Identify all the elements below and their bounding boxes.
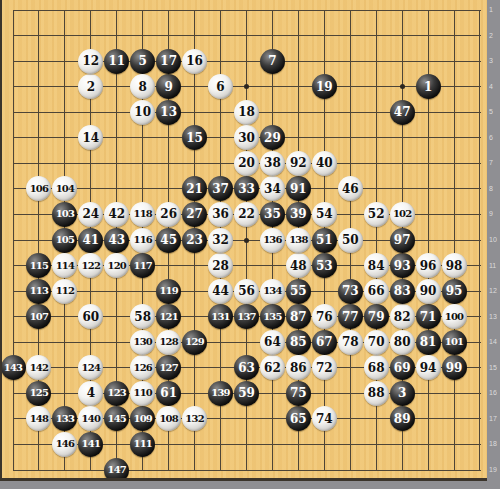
stone-move-number: 134 [263,286,281,296]
row-coordinate-label: 14 [489,338,500,345]
stone-move-126: 126 [130,355,155,380]
stone-move-74: 74 [312,406,337,431]
stone-move-115: 115 [26,253,51,278]
stone-move-number: 104 [56,184,74,194]
stone-move-number: 119 [159,286,177,296]
stone-move-number: 18 [238,106,255,118]
stone-move-number: 22 [238,208,255,220]
stone-move-number: 7 [268,55,276,67]
stone-move-1: 1 [416,74,441,99]
stone-move-138: 138 [286,228,311,253]
stone-move-64: 64 [260,330,285,355]
stone-move-number: 14 [82,132,99,144]
stone-move-number: 53 [316,260,333,272]
stone-move-110: 110 [130,381,155,406]
row-coordinate-label: 7 [489,159,500,166]
stone-move-number: 13 [160,106,177,118]
stone-move-number: 65 [290,413,307,425]
stone-move-119: 119 [156,279,181,304]
stone-move-number: 120 [108,261,126,271]
stone-move-86: 86 [286,355,311,380]
stone-move-number: 141 [82,439,100,449]
stone-move-number: 142 [30,363,48,373]
stone-move-98: 98 [442,253,467,278]
stone-move-number: 140 [82,414,100,424]
stone-move-number: 106 [30,184,48,194]
stone-move-number: 71 [420,311,437,323]
stone-move-128: 128 [156,330,181,355]
grid-line-vertical [13,10,14,471]
stone-move-26: 26 [156,202,181,227]
star-point [400,84,405,89]
stone-move-number: 60 [82,311,99,323]
stone-move-69: 69 [390,355,415,380]
stone-move-4: 4 [78,381,103,406]
stone-move-80: 80 [390,330,415,355]
stone-move-83: 83 [390,279,415,304]
stone-move-number: 131 [211,312,229,322]
stone-move-number: 55 [290,285,307,297]
stone-move-102: 102 [390,202,415,227]
stone-move-number: 91 [290,183,307,195]
stone-move-139: 139 [208,381,233,406]
row-coordinate-label: 10 [489,236,500,243]
stone-move-33: 33 [234,176,259,201]
stone-move-140: 140 [78,406,103,431]
stone-move-number: 84 [368,260,385,272]
stone-move-number: 44 [212,285,229,297]
stone-move-52: 52 [364,202,389,227]
stone-move-11: 11 [104,49,129,74]
stone-move-number: 73 [342,285,359,297]
stone-move-number: 9 [164,81,172,93]
stone-move-104: 104 [52,176,77,201]
stone-move-number: 43 [108,234,125,246]
stone-move-63: 63 [234,355,259,380]
stone-move-82: 82 [390,304,415,329]
row-coordinate-label: 17 [489,415,500,422]
row-coordinate-label: 8 [489,185,500,192]
stone-move-62: 62 [260,355,285,380]
go-diagram: 1234567891011121314151617181920212223242… [0,0,500,489]
stone-move-94: 94 [416,355,441,380]
stone-move-43: 43 [104,228,129,253]
stone-move-50: 50 [338,228,363,253]
stone-move-number: 19 [316,81,333,93]
stone-move-number: 12 [82,55,99,67]
stone-move-60: 60 [78,304,103,329]
stone-move-70: 70 [364,330,389,355]
stone-move-16: 16 [182,49,207,74]
stone-move-111: 111 [130,432,155,457]
stone-move-number: 133 [56,414,74,424]
stone-move-14: 14 [78,125,103,150]
stone-move-number: 75 [290,387,307,399]
stone-move-35: 35 [260,202,285,227]
stone-move-2: 2 [78,74,103,99]
stone-move-number: 83 [394,285,411,297]
stone-move-number: 109 [133,414,151,424]
stone-move-90: 90 [416,279,441,304]
stone-move-53: 53 [312,253,337,278]
stone-move-143: 143 [1,355,26,380]
stone-move-44: 44 [208,279,233,304]
stone-move-number: 127 [159,363,177,373]
stone-move-113: 113 [26,279,51,304]
stone-move-28: 28 [208,253,233,278]
stone-move-number: 93 [394,260,411,272]
stone-move-number: 40 [316,157,333,169]
stone-move-22: 22 [234,202,259,227]
stone-move-78: 78 [338,330,363,355]
stone-move-number: 137 [237,312,255,322]
stone-move-99: 99 [442,355,467,380]
stone-move-number: 26 [160,208,177,220]
stone-move-number: 125 [30,388,48,398]
stone-move-number: 76 [316,311,333,323]
stone-move-number: 41 [82,234,99,246]
stone-move-118: 118 [130,202,155,227]
stone-move-106: 106 [26,176,51,201]
stone-move-number: 42 [108,208,125,220]
stone-move-number: 124 [82,363,100,373]
stone-move-24: 24 [78,202,103,227]
stone-move-131: 131 [208,304,233,329]
stone-move-141: 141 [78,432,103,457]
stone-move-number: 114 [56,261,74,271]
stone-move-number: 64 [264,336,281,348]
stone-move-18: 18 [234,100,259,125]
stone-move-number: 116 [133,235,151,245]
stone-move-number: 63 [238,362,255,374]
stone-move-65: 65 [286,406,311,431]
stone-move-127: 127 [156,355,181,380]
stone-move-27: 27 [182,202,207,227]
stone-move-number: 38 [264,157,281,169]
stone-move-108: 108 [156,406,181,431]
row-coordinate-label: 3 [489,57,500,64]
stone-move-number: 67 [316,336,333,348]
stone-move-number: 5 [139,55,147,67]
stone-move-59: 59 [234,381,259,406]
row-coordinate-label: 1 [489,6,500,13]
stone-move-number: 46 [342,183,359,195]
stone-move-40: 40 [312,151,337,176]
stone-move-number: 146 [56,439,74,449]
stone-move-107: 107 [26,304,51,329]
row-coordinate-label: 5 [489,108,500,115]
stone-move-number: 102 [393,209,411,219]
stone-move-number: 70 [368,336,385,348]
stone-move-number: 82 [394,311,411,323]
stone-move-92: 92 [286,151,311,176]
stone-move-number: 78 [342,336,359,348]
stone-move-number: 11 [108,55,125,67]
stone-move-number: 101 [445,337,463,347]
stone-move-number: 69 [394,362,411,374]
row-coordinate-label: 18 [489,440,500,447]
stone-move-number: 92 [290,157,307,169]
stone-move-number: 35 [264,208,281,220]
stone-move-93: 93 [390,253,415,278]
stone-move-number: 121 [159,312,177,322]
stone-move-number: 52 [368,208,385,220]
stone-move-number: 136 [263,235,281,245]
stone-move-101: 101 [442,330,467,355]
stone-move-123: 123 [104,381,129,406]
stone-move-number: 10 [134,106,151,118]
stone-move-96: 96 [416,253,441,278]
row-coordinate-label: 19 [489,466,500,473]
stone-move-number: 85 [290,336,307,348]
stone-move-88: 88 [364,381,389,406]
stone-move-number: 145 [108,414,126,424]
stone-move-130: 130 [130,330,155,355]
stone-move-number: 16 [186,55,203,67]
stone-move-number: 89 [394,413,411,425]
row-coordinate-label: 13 [489,313,500,320]
stone-move-103: 103 [52,202,77,227]
stone-move-number: 99 [446,362,463,374]
row-coordinate-label: 2 [489,32,500,39]
stone-move-85: 85 [286,330,311,355]
stone-move-8: 8 [130,74,155,99]
stone-move-148: 148 [26,406,51,431]
stone-move-7: 7 [260,49,285,74]
stone-move-125: 125 [26,381,51,406]
stone-move-number: 94 [420,362,437,374]
stone-move-48: 48 [286,253,311,278]
stone-move-number: 30 [238,132,255,144]
stone-move-79: 79 [364,304,389,329]
stone-move-number: 20 [238,157,255,169]
grid-line-vertical [479,10,480,471]
stone-move-number: 21 [186,183,203,195]
stone-move-15: 15 [182,125,207,150]
stone-move-112: 112 [52,279,77,304]
stone-move-10: 10 [130,100,155,125]
stone-move-number: 28 [212,260,229,272]
stone-move-number: 103 [56,209,74,219]
stone-move-number: 90 [420,285,437,297]
stone-move-122: 122 [78,253,103,278]
stone-move-number: 51 [316,234,333,246]
stone-move-135: 135 [260,304,285,329]
stone-move-46: 46 [338,176,363,201]
stone-move-number: 126 [133,363,151,373]
row-coordinate-label: 16 [489,389,500,396]
stone-move-100: 100 [442,304,467,329]
stone-move-number: 37 [212,183,229,195]
stone-move-number: 56 [238,285,255,297]
stone-move-109: 109 [130,406,155,431]
stone-move-21: 21 [182,176,207,201]
stone-move-13: 13 [156,100,181,125]
stone-move-37: 37 [208,176,233,201]
stone-move-number: 27 [186,208,203,220]
stone-move-number: 147 [108,465,126,475]
stone-move-number: 32 [212,234,229,246]
stone-move-number: 39 [290,208,307,220]
stone-move-19: 19 [312,74,337,99]
stone-move-number: 148 [30,414,48,424]
stone-move-number: 113 [30,286,48,296]
stone-move-55: 55 [286,279,311,304]
stone-move-number: 48 [290,260,307,272]
stone-move-number: 6 [216,81,224,93]
stone-move-9: 9 [156,74,181,99]
row-coordinate-label: 6 [489,134,500,141]
stone-move-number: 2 [87,81,95,93]
stone-move-36: 36 [208,202,233,227]
stone-move-number: 135 [263,312,281,322]
stone-move-34: 34 [260,176,285,201]
stone-move-number: 72 [316,362,333,374]
stone-move-number: 107 [30,312,48,322]
row-coordinate-label: 9 [489,210,500,217]
stone-move-number: 87 [290,311,307,323]
stone-move-number: 29 [264,132,281,144]
stone-move-23: 23 [182,228,207,253]
stone-move-number: 59 [238,387,255,399]
stone-move-20: 20 [234,151,259,176]
stone-move-number: 34 [264,183,281,195]
stone-move-129: 129 [182,330,207,355]
stone-move-number: 88 [368,387,385,399]
stone-move-84: 84 [364,253,389,278]
stone-move-68: 68 [364,355,389,380]
stone-move-87: 87 [286,304,311,329]
stone-move-number: 79 [368,311,385,323]
stone-move-number: 100 [445,312,463,322]
stone-move-number: 17 [160,55,177,67]
stone-move-number: 58 [134,311,151,323]
stone-move-number: 105 [56,235,74,245]
stone-move-number: 112 [56,286,74,296]
stone-move-145: 145 [104,406,129,431]
stone-move-58: 58 [130,304,155,329]
stone-move-29: 29 [260,125,285,150]
stone-move-number: 47 [394,106,411,118]
stone-move-number: 4 [87,387,95,399]
stone-move-105: 105 [52,228,77,253]
stone-move-91: 91 [286,176,311,201]
stone-move-number: 23 [186,234,203,246]
stone-move-132: 132 [182,406,207,431]
star-point [244,84,249,89]
stone-move-116: 116 [130,228,155,253]
stone-move-38: 38 [260,151,285,176]
row-coordinate-label: 11 [489,262,500,269]
stone-move-17: 17 [156,49,181,74]
stone-move-number: 66 [368,285,385,297]
stone-move-number: 54 [316,208,333,220]
stone-move-146: 146 [52,432,77,457]
stone-move-number: 132 [185,414,203,424]
stone-move-76: 76 [312,304,337,329]
stone-move-56: 56 [234,279,259,304]
stone-move-120: 120 [104,253,129,278]
stone-move-number: 129 [185,337,203,347]
stone-move-134: 134 [260,279,285,304]
stone-move-number: 68 [368,362,385,374]
stone-move-51: 51 [312,228,337,253]
stone-move-number: 50 [342,234,359,246]
stone-move-number: 117 [133,261,151,271]
stone-move-number: 95 [446,285,463,297]
stone-move-61: 61 [156,381,181,406]
stone-move-114: 114 [52,253,77,278]
stone-move-number: 15 [186,132,203,144]
stone-move-number: 123 [108,388,126,398]
stone-move-number: 97 [394,234,411,246]
stone-move-89: 89 [390,406,415,431]
stone-move-117: 117 [130,253,155,278]
stone-move-81: 81 [416,330,441,355]
stone-move-47: 47 [390,100,415,125]
stone-move-42: 42 [104,202,129,227]
stone-move-54: 54 [312,202,337,227]
stone-move-75: 75 [286,381,311,406]
stone-move-number: 139 [211,388,229,398]
stone-move-32: 32 [208,228,233,253]
stone-move-30: 30 [234,125,259,150]
stone-move-number: 96 [420,260,437,272]
stone-move-73: 73 [338,279,363,304]
stone-move-number: 118 [133,209,151,219]
stone-move-124: 124 [78,355,103,380]
row-coordinate-label: 4 [489,83,500,90]
stone-move-number: 3 [398,387,406,399]
stone-move-number: 86 [290,362,307,374]
stone-move-39: 39 [286,202,311,227]
grid-line-vertical [454,10,455,471]
stone-move-71: 71 [416,304,441,329]
stone-move-number: 143 [4,363,22,373]
row-coordinate-label: 15 [489,364,500,371]
stone-move-133: 133 [52,406,77,431]
stone-move-67: 67 [312,330,337,355]
stone-move-number: 130 [133,337,151,347]
stone-move-number: 24 [82,208,99,220]
stone-move-121: 121 [156,304,181,329]
stone-move-number: 80 [394,336,411,348]
stone-move-3: 3 [390,381,415,406]
stone-move-95: 95 [442,279,467,304]
stone-move-number: 110 [133,388,151,398]
stone-move-number: 81 [420,336,437,348]
stone-move-number: 108 [159,414,177,424]
stone-move-number: 45 [160,234,177,246]
stone-move-number: 62 [264,362,281,374]
stone-move-number: 115 [30,261,48,271]
stone-move-number: 98 [446,260,463,272]
stone-move-number: 111 [133,439,151,449]
stone-move-41: 41 [78,228,103,253]
stone-move-97: 97 [390,228,415,253]
stone-move-number: 33 [238,183,255,195]
stone-move-number: 8 [139,81,147,93]
stone-move-72: 72 [312,355,337,380]
stone-move-6: 6 [208,74,233,99]
grid-line-horizontal [13,470,481,471]
stone-move-142: 142 [26,355,51,380]
stone-move-66: 66 [364,279,389,304]
stone-move-number: 77 [342,311,359,323]
stone-move-45: 45 [156,228,181,253]
stone-move-number: 122 [82,261,100,271]
stone-move-136: 136 [260,228,285,253]
